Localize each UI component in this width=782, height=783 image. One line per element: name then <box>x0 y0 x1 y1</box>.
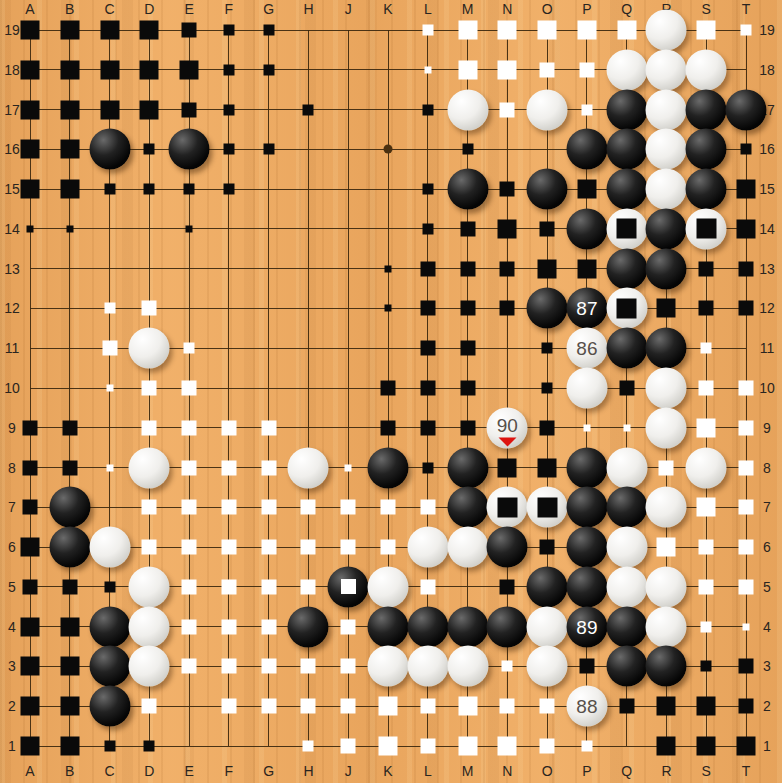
territory-marker-white <box>697 418 716 437</box>
territory-marker-black <box>699 261 714 276</box>
territory-marker-white <box>261 460 276 475</box>
stone-black-O15 <box>527 169 568 210</box>
territory-marker-white <box>221 619 236 634</box>
stone-black-Q11 <box>606 328 647 369</box>
row-label-left: 4 <box>8 619 16 635</box>
territory-marker-white <box>577 21 596 40</box>
dead-stone-marker <box>696 219 716 239</box>
territory-marker-white <box>458 737 477 756</box>
territory-marker-white <box>104 303 115 314</box>
territory-marker-black <box>657 737 676 756</box>
territory-marker-black <box>100 21 119 40</box>
stone-black-O12 <box>527 288 568 329</box>
territory-marker-black <box>21 180 40 199</box>
row-label-left: 1 <box>8 738 16 754</box>
territory-marker-white <box>739 540 754 555</box>
row-label-left: 9 <box>8 420 16 436</box>
territory-marker-white <box>743 623 750 630</box>
stone-black-C16 <box>89 129 130 170</box>
territory-marker-white <box>379 697 398 716</box>
territory-marker-white <box>261 540 276 555</box>
territory-marker-black <box>60 60 79 79</box>
territory-marker-black <box>739 659 754 674</box>
column-label-bottom: O <box>542 763 553 779</box>
column-label-bottom: S <box>702 763 711 779</box>
territory-marker-black <box>737 180 756 199</box>
territory-marker-black <box>144 741 155 752</box>
stone-black-E16 <box>169 129 210 170</box>
territory-marker-white <box>261 659 276 674</box>
territory-marker-white <box>184 343 195 354</box>
territory-marker-black <box>619 381 634 396</box>
territory-marker-black <box>460 341 475 356</box>
stone-black-Q15 <box>606 169 647 210</box>
column-label-top: C <box>104 1 114 17</box>
territory-marker-white <box>697 21 716 40</box>
stone-black-P8 <box>566 447 607 488</box>
territory-marker-black <box>223 184 234 195</box>
territory-marker-black <box>60 617 79 636</box>
column-label-top: A <box>25 1 34 17</box>
dead-stone-marker <box>617 298 637 318</box>
stone-white-P11: 86 <box>566 328 607 369</box>
row-label-right: 16 <box>759 141 775 157</box>
territory-marker-black <box>739 699 754 714</box>
column-label-bottom: M <box>462 763 474 779</box>
row-label-left: 16 <box>4 141 20 157</box>
row-label-left: 5 <box>8 579 16 595</box>
move-number: 88 <box>576 697 597 716</box>
row-label-right: 11 <box>760 340 775 356</box>
last-move-triangle-icon <box>498 437 516 446</box>
territory-marker-black <box>23 460 38 475</box>
territory-marker-black <box>21 140 40 159</box>
territory-marker-white <box>341 659 356 674</box>
column-label-top: B <box>65 1 74 17</box>
territory-marker-black <box>460 261 475 276</box>
stone-black-K4 <box>368 606 409 647</box>
territory-marker-white <box>261 619 276 634</box>
territory-marker-white <box>420 500 435 515</box>
territory-marker-white <box>420 579 435 594</box>
territory-marker-black <box>21 697 40 716</box>
stone-white-Q12 <box>606 288 647 329</box>
territory-marker-white <box>579 62 594 77</box>
territory-marker-black <box>23 579 38 594</box>
row-label-left: 6 <box>8 539 16 555</box>
territory-marker-black <box>144 184 155 195</box>
row-label-right: 18 <box>759 62 775 78</box>
stone-white-S14 <box>686 208 727 249</box>
territory-marker-black <box>182 23 197 38</box>
territory-marker-white <box>261 500 276 515</box>
territory-marker-white <box>379 737 398 756</box>
territory-marker-white <box>739 381 754 396</box>
stone-black-T17 <box>726 89 767 130</box>
territory-marker-black <box>498 458 517 477</box>
territory-marker-black <box>657 299 676 318</box>
territory-marker-white <box>182 619 197 634</box>
territory-marker-black <box>140 21 159 40</box>
stone-white-R10 <box>646 368 687 409</box>
row-label-left: 3 <box>8 658 16 674</box>
move-number: 86 <box>576 339 597 358</box>
territory-marker-black <box>420 381 435 396</box>
territory-marker-black <box>381 420 396 435</box>
territory-marker-black <box>385 305 392 312</box>
stone-black-J5 <box>328 566 369 607</box>
stone-black-K8 <box>368 447 409 488</box>
territory-marker-black <box>140 60 159 79</box>
territory-marker-white <box>221 579 236 594</box>
territory-marker-white <box>701 343 712 354</box>
stone-white-O3 <box>527 646 568 687</box>
stone-black-C2 <box>89 686 130 727</box>
territory-marker-black <box>140 100 159 119</box>
stone-black-S15 <box>686 169 727 210</box>
stone-black-C3 <box>89 646 130 687</box>
stone-black-O5 <box>527 566 568 607</box>
territory-marker-black <box>27 225 34 232</box>
row-label-left: 14 <box>4 221 20 237</box>
stone-black-N6 <box>487 527 528 568</box>
stone-white-Q18 <box>606 49 647 90</box>
territory-marker-white <box>458 60 477 79</box>
territory-marker-black <box>62 460 77 475</box>
territory-marker-white <box>458 21 477 40</box>
move-number: 87 <box>576 299 597 318</box>
territory-marker-black <box>542 343 553 354</box>
column-label-bottom: J <box>345 763 352 779</box>
territory-marker-white <box>699 540 714 555</box>
territory-marker-white <box>301 579 316 594</box>
territory-marker-white <box>540 699 555 714</box>
territory-marker-black <box>385 265 392 272</box>
territory-marker-white <box>261 579 276 594</box>
territory-marker-black <box>500 579 515 594</box>
territory-marker-black <box>500 261 515 276</box>
territory-marker-white <box>106 464 113 471</box>
row-label-left: 13 <box>4 261 20 277</box>
territory-marker-white <box>699 381 714 396</box>
stone-white-P10 <box>566 368 607 409</box>
territory-marker-black <box>60 21 79 40</box>
territory-marker-white <box>701 621 712 632</box>
territory-marker-black <box>422 223 433 234</box>
row-label-right: 9 <box>763 420 771 436</box>
territory-marker-black <box>223 144 234 155</box>
stone-white-D4 <box>129 606 170 647</box>
territory-marker-black <box>460 221 475 236</box>
column-label-top: L <box>424 1 432 17</box>
stone-white-Q5 <box>606 566 647 607</box>
hoshi-point <box>384 145 393 154</box>
territory-marker-white <box>341 619 356 634</box>
stone-black-Q3 <box>606 646 647 687</box>
territory-marker-black <box>60 697 79 716</box>
territory-marker-black <box>579 659 594 674</box>
territory-marker-white <box>420 739 435 754</box>
territory-marker-white <box>142 500 157 515</box>
territory-marker-black <box>460 301 475 316</box>
territory-marker-white <box>106 385 113 392</box>
territory-marker-white <box>623 424 630 431</box>
territory-marker-white <box>182 579 197 594</box>
row-label-right: 3 <box>763 658 771 674</box>
stone-black-B7 <box>49 487 90 528</box>
territory-marker-white <box>221 699 236 714</box>
territory-marker-black <box>462 144 473 155</box>
territory-marker-white <box>142 381 157 396</box>
column-label-bottom: T <box>742 763 751 779</box>
stone-white-M17 <box>447 89 488 130</box>
stone-white-O17 <box>527 89 568 130</box>
stone-black-R3 <box>646 646 687 687</box>
territory-marker-white <box>301 699 316 714</box>
territory-marker-black <box>21 21 40 40</box>
territory-marker-white <box>741 25 752 36</box>
stone-black-B6 <box>49 527 90 568</box>
column-label-bottom: H <box>303 763 313 779</box>
stone-black-C4 <box>89 606 130 647</box>
territory-marker-white <box>261 699 276 714</box>
territory-marker-white <box>142 540 157 555</box>
column-label-bottom: E <box>184 763 193 779</box>
go-board-screen: AABBCCDDEEFFGGHHJJKKLLMMNNOOPPQQRRSSTT19… <box>0 0 782 783</box>
territory-marker-black <box>60 737 79 756</box>
stone-white-R7 <box>646 487 687 528</box>
territory-marker-white <box>182 420 197 435</box>
row-label-left: 10 <box>4 380 20 396</box>
territory-marker-white <box>502 661 513 672</box>
territory-marker-white <box>301 540 316 555</box>
territory-marker-white <box>659 460 674 475</box>
territory-marker-white <box>540 739 555 754</box>
row-label-left: 15 <box>4 181 20 197</box>
territory-marker-black <box>538 259 557 278</box>
territory-marker-black <box>381 381 396 396</box>
territory-marker-white <box>303 741 314 752</box>
territory-marker-black <box>100 60 119 79</box>
territory-marker-black <box>739 301 754 316</box>
territory-marker-white <box>583 424 590 431</box>
territory-marker-black <box>21 538 40 557</box>
row-label-right: 4 <box>763 619 771 635</box>
stone-white-N9: 90 <box>487 407 528 448</box>
stone-black-P12: 87 <box>566 288 607 329</box>
row-label-right: 2 <box>763 698 771 714</box>
territory-marker-white <box>500 102 515 117</box>
column-label-bottom: P <box>582 763 591 779</box>
territory-marker-black <box>21 737 40 756</box>
territory-marker-black <box>422 462 433 473</box>
stone-white-N7 <box>487 487 528 528</box>
territory-marker-black <box>186 225 193 232</box>
stone-black-P6 <box>566 527 607 568</box>
territory-marker-black <box>21 657 40 676</box>
territory-marker-black <box>422 104 433 115</box>
territory-marker-black <box>184 184 195 195</box>
row-label-left: 2 <box>8 698 16 714</box>
territory-marker-white <box>581 741 592 752</box>
territory-marker-black <box>60 657 79 676</box>
territory-marker-black <box>100 100 119 119</box>
territory-marker-black <box>737 219 756 238</box>
territory-marker-white <box>301 659 316 674</box>
territory-marker-black <box>577 259 596 278</box>
territory-marker-white <box>182 540 197 555</box>
stone-white-H8 <box>288 447 329 488</box>
stone-white-L3 <box>407 646 448 687</box>
stone-white-M6 <box>447 527 488 568</box>
territory-marker-black <box>23 420 38 435</box>
column-label-top: O <box>542 1 553 17</box>
row-label-left: 8 <box>8 460 16 476</box>
territory-marker-black <box>263 144 274 155</box>
column-label-top: N <box>502 1 512 17</box>
territory-marker-white <box>699 579 714 594</box>
stone-black-P14 <box>566 208 607 249</box>
territory-marker-black <box>697 737 716 756</box>
territory-marker-black <box>420 261 435 276</box>
territory-marker-black <box>697 697 716 716</box>
column-label-bottom: Q <box>621 763 632 779</box>
territory-marker-black <box>701 661 712 672</box>
territory-marker-white <box>341 500 356 515</box>
column-label-bottom: B <box>65 763 74 779</box>
column-label-bottom: K <box>383 763 392 779</box>
stone-black-P5 <box>566 566 607 607</box>
stone-white-D8 <box>129 447 170 488</box>
territory-marker-white <box>500 699 515 714</box>
territory-marker-black <box>420 420 435 435</box>
stone-black-Q7 <box>606 487 647 528</box>
territory-marker-black <box>540 420 555 435</box>
move-number: 90 <box>497 415 518 434</box>
stone-white-R19 <box>646 10 687 51</box>
stone-black-Q16 <box>606 129 647 170</box>
territory-marker-white <box>345 464 352 471</box>
row-label-left: 12 <box>4 300 20 316</box>
column-label-top: G <box>263 1 274 17</box>
stone-white-D3 <box>129 646 170 687</box>
column-label-bottom: N <box>502 763 512 779</box>
column-label-top: D <box>144 1 154 17</box>
territory-marker-black <box>21 100 40 119</box>
row-label-right: 5 <box>763 579 771 595</box>
stone-black-N4 <box>487 606 528 647</box>
row-label-right: 8 <box>763 460 771 476</box>
column-label-top: J <box>345 1 352 17</box>
stone-white-P2: 88 <box>566 686 607 727</box>
row-label-left: 17 <box>4 102 20 118</box>
territory-marker-white <box>341 699 356 714</box>
stone-white-L6 <box>407 527 448 568</box>
stone-black-R11 <box>646 328 687 369</box>
column-label-top: Q <box>621 1 632 17</box>
stone-white-O7 <box>527 487 568 528</box>
row-label-right: 12 <box>759 300 775 316</box>
territory-marker-white <box>142 301 157 316</box>
territory-marker-white <box>617 21 636 40</box>
stone-black-P4: 89 <box>566 606 607 647</box>
territory-marker-white <box>301 500 316 515</box>
stone-black-S17 <box>686 89 727 130</box>
territory-marker-white <box>182 500 197 515</box>
territory-marker-black <box>104 581 115 592</box>
territory-marker-black <box>263 25 274 36</box>
column-label-top: E <box>184 1 193 17</box>
territory-marker-white <box>182 659 197 674</box>
column-label-top: T <box>742 1 751 17</box>
column-label-top: M <box>462 1 474 17</box>
territory-marker-white <box>581 104 592 115</box>
territory-marker-black <box>66 225 73 232</box>
territory-marker-white <box>540 62 555 77</box>
stone-black-M15 <box>447 169 488 210</box>
territory-marker-black <box>60 100 79 119</box>
territory-marker-black <box>180 60 199 79</box>
dead-stone-marker <box>537 497 557 517</box>
territory-marker-black <box>21 617 40 636</box>
territory-marker-black <box>577 180 596 199</box>
stone-white-R5 <box>646 566 687 607</box>
territory-marker-white <box>341 540 356 555</box>
territory-marker-white <box>538 21 557 40</box>
stone-black-P7 <box>566 487 607 528</box>
column-label-top: P <box>582 1 591 17</box>
move-number: 89 <box>576 617 597 636</box>
territory-marker-white <box>221 420 236 435</box>
territory-marker-black <box>104 741 115 752</box>
dead-stone-marker <box>497 497 517 517</box>
territory-marker-black <box>500 301 515 316</box>
column-label-bottom: L <box>424 763 432 779</box>
territory-marker-black <box>144 144 155 155</box>
column-label-bottom: R <box>661 763 671 779</box>
territory-marker-white <box>739 460 754 475</box>
stone-white-R17 <box>646 89 687 130</box>
column-label-bottom: G <box>263 763 274 779</box>
territory-marker-white <box>381 540 396 555</box>
territory-marker-black <box>699 301 714 316</box>
stone-white-Q6 <box>606 527 647 568</box>
territory-marker-black <box>540 221 555 236</box>
territory-marker-white <box>739 500 754 515</box>
stone-white-K5 <box>368 566 409 607</box>
row-label-right: 6 <box>763 539 771 555</box>
territory-marker-black <box>657 697 676 716</box>
column-label-bottom: F <box>225 763 234 779</box>
territory-marker-white <box>498 60 517 79</box>
stone-black-P16 <box>566 129 607 170</box>
stone-white-M3 <box>447 646 488 687</box>
territory-marker-white <box>142 699 157 714</box>
territory-marker-white <box>420 699 435 714</box>
column-label-top: K <box>383 1 392 17</box>
territory-marker-white <box>142 420 157 435</box>
row-label-right: 15 <box>759 181 775 197</box>
territory-marker-black <box>420 301 435 316</box>
stone-white-R9 <box>646 407 687 448</box>
stone-black-Q13 <box>606 248 647 289</box>
stone-white-D11 <box>129 328 170 369</box>
stone-white-R15 <box>646 169 687 210</box>
row-label-left: 7 <box>8 499 16 515</box>
territory-marker-white <box>261 420 276 435</box>
grid-line-horizontal <box>30 30 746 31</box>
territory-marker-black <box>182 102 197 117</box>
